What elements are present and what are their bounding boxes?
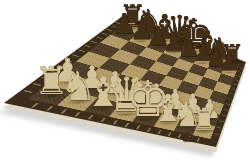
chess-set-photo: ♜♞♝♛♚♝♞♜♟♟♟♟♟♟♟♟♟♟♟♟♟♟♟♟♜♞♝♛♚♝♞♜♟ (0, 0, 250, 163)
square-h1 (193, 122, 216, 139)
